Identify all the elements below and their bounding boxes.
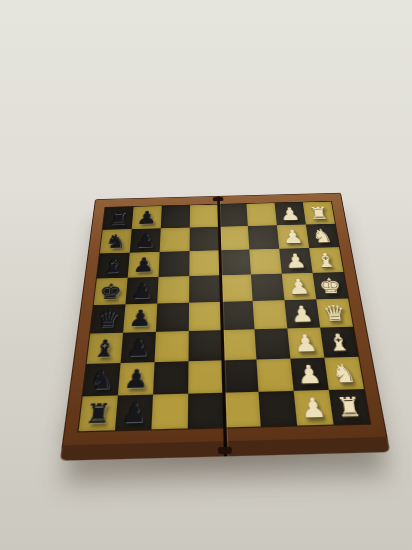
square-g2: ♟ [277, 224, 309, 248]
square-h3 [246, 203, 276, 226]
square-f3 [249, 249, 281, 275]
square-c4 [222, 329, 257, 360]
piece-black-pawn: ♟ [118, 362, 155, 395]
piece-black-rook: ♜ [79, 395, 118, 431]
square-f8: ♝ [97, 253, 130, 279]
square-c1: ♝ [320, 327, 358, 358]
hinge-hardware-bottom [218, 447, 232, 454]
square-a5 [188, 393, 224, 429]
square-a4 [223, 392, 260, 428]
piece-white-rook: ♜ [329, 389, 370, 425]
piece-black-pawn: ♟ [128, 252, 160, 278]
square-d2: ♟ [284, 299, 320, 328]
square-g1: ♞ [306, 224, 339, 248]
square-b3 [256, 359, 293, 392]
square-c3 [254, 328, 290, 359]
square-c7: ♟ [121, 332, 156, 363]
piece-black-pawn: ♟ [123, 303, 157, 332]
piece-white-pawn: ♟ [284, 299, 320, 328]
piece-white-bishop: ♝ [309, 247, 343, 273]
square-c2: ♟ [287, 328, 324, 359]
square-h2: ♟ [275, 202, 306, 225]
square-h8: ♜ [103, 207, 134, 230]
piece-white-king: ♚ [313, 272, 348, 299]
square-e5 [189, 275, 221, 302]
square-d7: ♟ [123, 303, 157, 332]
square-f7: ♟ [128, 252, 160, 278]
square-h5 [190, 205, 219, 228]
square-d4 [221, 301, 255, 330]
piece-white-pawn: ♟ [275, 202, 306, 225]
piece-white-pawn: ♟ [277, 224, 309, 248]
piece-white-pawn: ♟ [294, 390, 334, 426]
square-b5 [188, 360, 223, 393]
square-g3 [248, 225, 279, 249]
square-d6 [156, 303, 189, 332]
square-a2: ♟ [294, 390, 334, 426]
square-e3 [251, 274, 285, 301]
square-a3 [258, 391, 297, 427]
square-b4 [222, 359, 258, 392]
piece-white-knight: ♞ [306, 224, 339, 248]
square-h4 [218, 204, 248, 227]
piece-black-knight: ♞ [83, 363, 121, 396]
square-f6 [158, 251, 189, 277]
square-e2: ♟ [282, 273, 316, 300]
piece-black-pawn: ♟ [132, 206, 162, 229]
piece-white-pawn: ♟ [282, 273, 316, 300]
chess-board: ♜♟♟♜♞♟♟♞♝♟♟♝♚♟♟♚♛♟♟♛♝♟♟♝♞♟♟♞♜♟♟♜ [60, 193, 390, 461]
piece-white-rook: ♜ [303, 202, 335, 225]
piece-white-pawn: ♟ [279, 248, 312, 274]
square-h7: ♟ [132, 206, 162, 229]
square-a7: ♟ [115, 395, 153, 431]
piece-black-king: ♚ [94, 278, 128, 305]
square-h6 [161, 205, 190, 228]
hinge-hardware-top [213, 197, 224, 201]
square-g4 [219, 226, 250, 250]
piece-black-pawn: ♟ [130, 228, 161, 252]
square-h1: ♜ [303, 202, 335, 225]
piece-black-pawn: ♟ [125, 277, 158, 304]
square-b7: ♟ [118, 362, 155, 395]
piece-black-bishop: ♝ [87, 333, 123, 364]
square-c8: ♝ [87, 333, 123, 364]
piece-black-pawn: ♟ [121, 332, 156, 363]
piece-black-bishop: ♝ [97, 253, 130, 279]
square-e8: ♚ [94, 278, 128, 305]
square-d5 [189, 302, 222, 331]
square-a1: ♜ [329, 389, 370, 425]
square-d8: ♛ [90, 304, 125, 333]
photo-background: ♜♟♟♜♞♟♟♞♝♟♟♝♚♟♟♚♛♟♟♛♝♟♟♝♞♟♟♞♜♟♟♜ [0, 0, 412, 550]
square-g6 [160, 228, 190, 252]
piece-white-pawn: ♟ [287, 328, 324, 359]
square-g8: ♞ [100, 229, 132, 253]
square-e6 [157, 276, 189, 303]
piece-white-queen: ♛ [316, 298, 353, 327]
square-b8: ♞ [83, 363, 121, 396]
square-f4 [219, 250, 250, 276]
piece-white-knight: ♞ [324, 357, 364, 390]
piece-black-knight: ♞ [100, 229, 132, 253]
square-d3 [253, 300, 288, 329]
square-e7: ♟ [125, 277, 158, 304]
square-e4 [220, 274, 253, 301]
square-f5 [189, 250, 220, 276]
square-b1: ♞ [324, 357, 364, 390]
square-b2: ♟ [290, 358, 328, 391]
square-f1: ♝ [309, 247, 343, 273]
piece-white-bishop: ♝ [320, 327, 358, 358]
square-g7: ♟ [130, 228, 161, 252]
square-b6 [153, 361, 188, 394]
piece-black-queen: ♛ [90, 304, 125, 333]
square-g5 [190, 227, 220, 251]
square-c5 [188, 330, 222, 361]
square-e1: ♚ [313, 272, 348, 299]
square-c6 [155, 331, 189, 362]
square-a6 [151, 394, 188, 430]
square-f2: ♟ [279, 248, 312, 274]
piece-black-pawn: ♟ [115, 395, 153, 431]
piece-black-rook: ♜ [103, 207, 134, 230]
piece-white-pawn: ♟ [290, 358, 328, 391]
square-a8: ♜ [79, 395, 118, 431]
square-d1: ♛ [316, 298, 353, 327]
